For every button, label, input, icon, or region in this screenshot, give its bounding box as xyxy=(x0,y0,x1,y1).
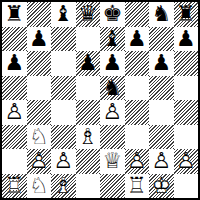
black-pawn-g6: ♟♟ xyxy=(149,51,174,76)
white-rook-a1: ♜♖ xyxy=(2,174,27,199)
square-h4[interactable] xyxy=(174,100,199,125)
square-b3[interactable]: ♞♘ xyxy=(27,125,52,150)
square-c4[interactable] xyxy=(51,100,76,125)
square-h2[interactable]: ♟♙ xyxy=(174,149,199,174)
white-pawn-f2: ♟♙ xyxy=(125,149,150,174)
white-queen-e2: ♛♕ xyxy=(100,149,125,174)
square-e7[interactable]: ♝♝ xyxy=(100,27,125,52)
white-pawn-e4: ♟♙ xyxy=(100,100,125,125)
square-e3[interactable] xyxy=(100,125,125,150)
square-a3[interactable] xyxy=(2,125,27,150)
square-d5[interactable] xyxy=(76,76,101,101)
square-c7[interactable] xyxy=(51,27,76,52)
square-b8[interactable] xyxy=(27,2,52,27)
square-g8[interactable]: ♞♞ xyxy=(149,2,174,27)
white-knight-b1: ♞♘ xyxy=(27,174,52,199)
square-h7[interactable]: ♟♟ xyxy=(174,27,199,52)
white-pawn-a4: ♟♙ xyxy=(2,100,27,125)
black-rook-h8: ♜♜ xyxy=(174,2,199,27)
black-pawn-d6: ♟♟ xyxy=(76,51,101,76)
black-pawn-h7: ♟♟ xyxy=(174,27,199,52)
white-bishop-c1: ♝♗ xyxy=(51,174,76,199)
square-f1[interactable]: ♜♖ xyxy=(125,174,150,199)
square-d4[interactable] xyxy=(76,100,101,125)
black-king-e8: ♚♚ xyxy=(100,2,125,27)
square-e6[interactable]: ♟♟ xyxy=(100,51,125,76)
square-e2[interactable]: ♛♕ xyxy=(100,149,125,174)
black-rook-a8: ♜♜ xyxy=(2,2,27,27)
black-pawn-e6: ♟♟ xyxy=(100,51,125,76)
square-b5[interactable] xyxy=(27,76,52,101)
square-d7[interactable] xyxy=(76,27,101,52)
black-bishop-c8: ♝♝ xyxy=(51,2,76,27)
square-a2[interactable] xyxy=(2,149,27,174)
square-a8[interactable]: ♜♜ xyxy=(2,2,27,27)
black-knight-e5: ♞♞ xyxy=(100,76,125,101)
square-d6[interactable]: ♟♟ xyxy=(76,51,101,76)
square-a6[interactable]: ♟♟ xyxy=(2,51,27,76)
square-c8[interactable]: ♝♝ xyxy=(51,2,76,27)
white-pawn-h2: ♟♙ xyxy=(174,149,199,174)
square-e4[interactable]: ♟♙ xyxy=(100,100,125,125)
square-g3[interactable] xyxy=(149,125,174,150)
square-f4[interactable] xyxy=(125,100,150,125)
square-f7[interactable]: ♟♟ xyxy=(125,27,150,52)
square-b4[interactable] xyxy=(27,100,52,125)
square-f8[interactable] xyxy=(125,2,150,27)
square-c2[interactable]: ♟♙ xyxy=(51,149,76,174)
square-g7[interactable] xyxy=(149,27,174,52)
square-h3[interactable] xyxy=(174,125,199,150)
square-c1[interactable]: ♝♗ xyxy=(51,174,76,199)
square-h1[interactable] xyxy=(174,174,199,199)
square-a5[interactable] xyxy=(2,76,27,101)
white-pawn-g2: ♟♙ xyxy=(149,149,174,174)
white-king-g1: ♚♔ xyxy=(149,174,174,199)
black-pawn-f7: ♟♟ xyxy=(125,27,150,52)
square-a1[interactable]: ♜♖ xyxy=(2,174,27,199)
square-d2[interactable] xyxy=(76,149,101,174)
square-e5[interactable]: ♞♞ xyxy=(100,76,125,101)
square-d1[interactable] xyxy=(76,174,101,199)
square-b2[interactable]: ♟♙ xyxy=(27,149,52,174)
square-c6[interactable] xyxy=(51,51,76,76)
square-g2[interactable]: ♟♙ xyxy=(149,149,174,174)
square-h8[interactable]: ♜♜ xyxy=(174,2,199,27)
black-knight-g8: ♞♞ xyxy=(149,2,174,27)
square-f5[interactable] xyxy=(125,76,150,101)
square-b6[interactable] xyxy=(27,51,52,76)
square-c5[interactable] xyxy=(51,76,76,101)
square-h5[interactable] xyxy=(174,76,199,101)
black-queen-d8: ♛♛ xyxy=(76,2,101,27)
square-e1[interactable] xyxy=(100,174,125,199)
square-a4[interactable]: ♟♙ xyxy=(2,100,27,125)
square-c3[interactable] xyxy=(51,125,76,150)
white-pawn-c2: ♟♙ xyxy=(51,149,76,174)
square-g1[interactable]: ♚♔ xyxy=(149,174,174,199)
square-g4[interactable] xyxy=(149,100,174,125)
square-d8[interactable]: ♛♛ xyxy=(76,2,101,27)
black-bishop-e7: ♝♝ xyxy=(100,27,125,52)
square-a7[interactable] xyxy=(2,27,27,52)
square-f2[interactable]: ♟♙ xyxy=(125,149,150,174)
black-pawn-a6: ♟♟ xyxy=(2,51,27,76)
square-g6[interactable]: ♟♟ xyxy=(149,51,174,76)
white-rook-f1: ♜♖ xyxy=(125,174,150,199)
white-pawn-b2: ♟♙ xyxy=(27,149,52,174)
square-g5[interactable] xyxy=(149,76,174,101)
square-f6[interactable] xyxy=(125,51,150,76)
white-bishop-d3: ♝♗ xyxy=(76,125,101,150)
square-d3[interactable]: ♝♗ xyxy=(76,125,101,150)
square-h6[interactable] xyxy=(174,51,199,76)
square-b1[interactable]: ♞♘ xyxy=(27,174,52,199)
square-b7[interactable]: ♟♟ xyxy=(27,27,52,52)
white-knight-b3: ♞♘ xyxy=(27,125,52,150)
black-pawn-b7: ♟♟ xyxy=(27,27,52,52)
square-e8[interactable]: ♚♚ xyxy=(100,2,125,27)
square-f3[interactable] xyxy=(125,125,150,150)
chess-board: ♜♜♝♝♛♛♚♚♞♞♜♜♟♟♝♝♟♟♟♟♟♟♟♟♟♟♟♟♞♞♟♙♟♙♞♘♝♗♟♙… xyxy=(0,0,200,200)
